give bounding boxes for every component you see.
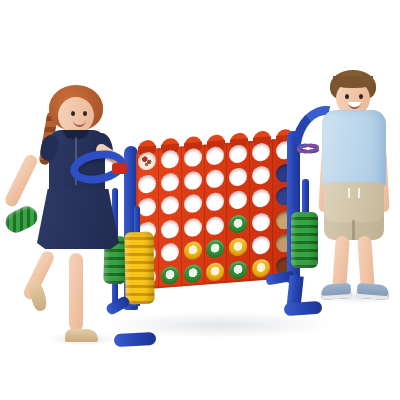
board-cell-r2c2 — [159, 170, 182, 195]
green-disc-in-hand — [2, 203, 41, 236]
hole-r2c2 — [161, 173, 179, 192]
disc-green-r6c5 — [229, 261, 247, 280]
connect-four-board — [136, 137, 296, 290]
board-cell-r3c2 — [159, 193, 182, 218]
hole-r4c3 — [184, 217, 202, 236]
boy-player — [320, 70, 396, 302]
board-cell-r5c2 — [159, 240, 182, 265]
hole-r5c6 — [252, 235, 270, 254]
board-cell-r2c3 — [182, 168, 205, 193]
girl-eye — [83, 111, 87, 116]
board-cell-r2c6 — [250, 163, 273, 188]
hole-r3c5 — [229, 191, 247, 210]
board-cell-r5c4 — [205, 236, 228, 261]
board-cell-r1c5 — [227, 141, 250, 166]
hole-r4c4 — [206, 216, 224, 235]
hole-r1c5 — [229, 144, 247, 163]
hole-r3c1 — [138, 198, 156, 217]
board-cell-r3c6 — [250, 186, 273, 211]
hole-r2c5 — [229, 167, 247, 186]
board-cell-r2c4 — [205, 166, 228, 191]
right-foot — [284, 301, 323, 317]
boy-sneaker — [321, 283, 352, 300]
board-cell-r6c5 — [227, 258, 250, 283]
hole-r1c3 — [184, 147, 202, 166]
girl-face — [58, 97, 94, 134]
girl-shoe — [65, 329, 98, 342]
board-cell-r4c3 — [182, 215, 205, 240]
disc-green-r6c2 — [161, 266, 179, 285]
hole-r3c6 — [252, 189, 270, 208]
girl-dress-skirt — [37, 189, 119, 249]
hole-r2c4 — [206, 169, 224, 188]
hole-r2c6 — [252, 165, 270, 184]
girl-player — [5, 85, 140, 347]
board-cell-r5c5 — [227, 234, 250, 259]
girl-arm-holding-disc — [3, 153, 39, 209]
ring-toss-rings — [297, 147, 321, 187]
logo-badge — [138, 151, 156, 170]
boy-leg — [332, 236, 350, 291]
girl-shoe — [28, 280, 49, 312]
board-cell-r2c5 — [227, 164, 250, 189]
boy-fringe — [333, 76, 373, 88]
disc-yellow-r6c4 — [206, 262, 224, 281]
disc-green-r4c5 — [229, 214, 247, 233]
board-cell-r1c6 — [250, 139, 273, 164]
hole-r1c2 — [161, 149, 179, 168]
board-cell-r4c2 — [159, 216, 182, 241]
disc-green-r5c4 — [206, 239, 224, 258]
board-cell-r5c6 — [250, 233, 273, 258]
hole-r4c2 — [161, 219, 179, 238]
board-cell-r5c3 — [182, 238, 205, 263]
hole-r3c2 — [161, 196, 179, 215]
board-cell-r1c2 — [159, 146, 182, 171]
board-cell-r6c2 — [159, 263, 182, 288]
boy-drawstring — [348, 188, 360, 198]
boy-shorts-seam — [352, 220, 355, 240]
hoop-clamp — [112, 163, 127, 174]
board-cell-r4c5 — [227, 211, 250, 236]
hole-r4c6 — [252, 212, 270, 231]
board-cell-r4c4 — [205, 213, 228, 238]
board-cell-r3c4 — [205, 189, 228, 214]
hole-r3c4 — [206, 192, 224, 211]
green-disc-stack-right — [291, 212, 318, 268]
product-photo-giant-connect-four — [0, 0, 400, 400]
hole-r5c2 — [161, 243, 179, 262]
board-cell-r1c3 — [182, 145, 205, 170]
boy-sneaker — [357, 283, 390, 300]
board-cell-r3c5 — [227, 188, 250, 213]
boy-eye — [359, 94, 363, 99]
board-cell-r6c4 — [205, 259, 228, 284]
board-cell-r6c3 — [182, 261, 205, 286]
disc-green-r6c3 — [184, 264, 202, 283]
girl-standing-leg — [69, 253, 83, 331]
hole-r2c3 — [184, 171, 202, 190]
girl-eye — [71, 111, 75, 116]
boy-tshirt — [322, 110, 386, 188]
hole-r3c3 — [184, 194, 202, 213]
board-cell-r1c4 — [205, 143, 228, 168]
hole-r1c6 — [252, 142, 270, 161]
disc-yellow-r5c3 — [184, 241, 202, 260]
hole-r1c4 — [206, 146, 224, 165]
hole-r2c1 — [138, 174, 156, 193]
disc-yellow-r5c5 — [229, 237, 247, 256]
board-grid — [136, 137, 296, 290]
board-cell-r4c6 — [250, 209, 273, 234]
board-cell-r3c3 — [182, 191, 205, 216]
boy-eye — [345, 94, 349, 99]
